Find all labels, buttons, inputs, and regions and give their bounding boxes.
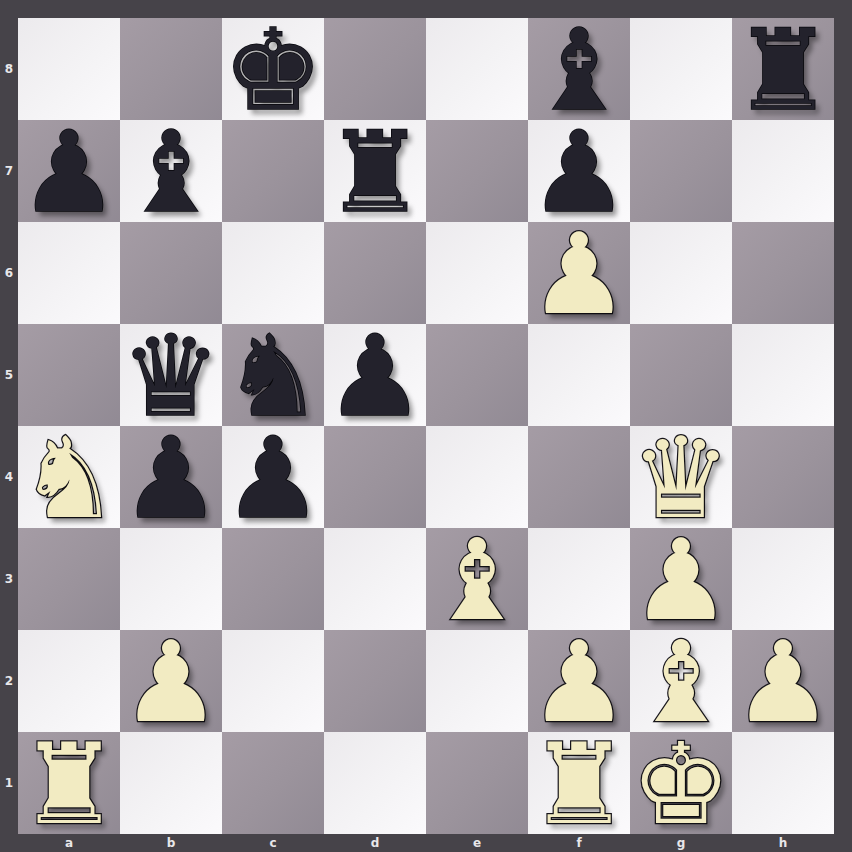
- square-h4[interactable]: [732, 426, 834, 528]
- square-g7[interactable]: [630, 120, 732, 222]
- square-a3[interactable]: [18, 528, 120, 630]
- file-label-f: f: [528, 834, 630, 852]
- square-f6[interactable]: ♟: [528, 222, 630, 324]
- square-g2[interactable]: ♝: [630, 630, 732, 732]
- square-g8[interactable]: [630, 18, 732, 120]
- square-b7[interactable]: ♝: [120, 120, 222, 222]
- rank-label-3: 3: [0, 528, 18, 630]
- square-d1[interactable]: [324, 732, 426, 834]
- square-f1[interactable]: ♜: [528, 732, 630, 834]
- file-label-g: g: [630, 834, 732, 852]
- square-c2[interactable]: [222, 630, 324, 732]
- file-label-h: h: [732, 834, 834, 852]
- file-label-b: b: [120, 834, 222, 852]
- square-a8[interactable]: [18, 18, 120, 120]
- square-f2[interactable]: ♟: [528, 630, 630, 732]
- square-a1[interactable]: ♜: [18, 732, 120, 834]
- square-b3[interactable]: [120, 528, 222, 630]
- file-label-c: c: [222, 834, 324, 852]
- square-d5[interactable]: ♟: [324, 324, 426, 426]
- square-g6[interactable]: [630, 222, 732, 324]
- piece-white-pawn[interactable]: ♟: [121, 626, 221, 738]
- square-d7[interactable]: ♜: [324, 120, 426, 222]
- piece-white-knight[interactable]: ♞: [19, 422, 119, 534]
- square-h8[interactable]: ♜: [732, 18, 834, 120]
- square-d2[interactable]: [324, 630, 426, 732]
- square-e2[interactable]: [426, 630, 528, 732]
- piece-black-pawn[interactable]: ♟: [121, 422, 221, 534]
- square-g5[interactable]: [630, 324, 732, 426]
- square-b2[interactable]: ♟: [120, 630, 222, 732]
- square-h7[interactable]: [732, 120, 834, 222]
- rank-label-1: 1: [0, 732, 18, 834]
- square-d6[interactable]: [324, 222, 426, 324]
- file-label-e: e: [426, 834, 528, 852]
- rank-labels: 87654321: [0, 18, 18, 834]
- piece-black-king[interactable]: ♚: [223, 14, 323, 126]
- chess-board: ♚♝♜♟♝♜♟♟♛♞♟♞♟♟♛♝♟♟♟♝♟♜♜♚: [18, 18, 834, 834]
- piece-white-rook[interactable]: ♜: [529, 728, 629, 840]
- piece-black-bishop[interactable]: ♝: [121, 116, 221, 228]
- file-label-d: d: [324, 834, 426, 852]
- square-c1[interactable]: [222, 732, 324, 834]
- rank-label-6: 6: [0, 222, 18, 324]
- square-g3[interactable]: ♟: [630, 528, 732, 630]
- piece-white-bishop[interactable]: ♝: [427, 524, 527, 636]
- square-c7[interactable]: [222, 120, 324, 222]
- square-a5[interactable]: [18, 324, 120, 426]
- square-e1[interactable]: [426, 732, 528, 834]
- chess-board-frame: 87654321 ♚♝♜♟♝♜♟♟♛♞♟♞♟♟♛♝♟♟♟♝♟♜♜♚ abcdef…: [0, 0, 852, 852]
- piece-white-rook[interactable]: ♜: [19, 728, 119, 840]
- rank-label-8: 8: [0, 18, 18, 120]
- square-b5[interactable]: ♛: [120, 324, 222, 426]
- square-f8[interactable]: ♝: [528, 18, 630, 120]
- square-h6[interactable]: [732, 222, 834, 324]
- square-g1[interactable]: ♚: [630, 732, 732, 834]
- square-a4[interactable]: ♞: [18, 426, 120, 528]
- square-g4[interactable]: ♛: [630, 426, 732, 528]
- piece-black-rook[interactable]: ♜: [325, 116, 425, 228]
- piece-black-pawn[interactable]: ♟: [223, 422, 323, 534]
- square-e8[interactable]: [426, 18, 528, 120]
- square-c6[interactable]: [222, 222, 324, 324]
- square-e5[interactable]: [426, 324, 528, 426]
- rank-label-5: 5: [0, 324, 18, 426]
- square-h2[interactable]: ♟: [732, 630, 834, 732]
- piece-white-king[interactable]: ♚: [631, 728, 731, 840]
- square-h1[interactable]: [732, 732, 834, 834]
- square-b8[interactable]: [120, 18, 222, 120]
- square-b1[interactable]: [120, 732, 222, 834]
- square-b4[interactable]: ♟: [120, 426, 222, 528]
- file-label-a: a: [18, 834, 120, 852]
- square-d8[interactable]: [324, 18, 426, 120]
- square-d4[interactable]: [324, 426, 426, 528]
- rank-label-2: 2: [0, 630, 18, 732]
- square-d3[interactable]: [324, 528, 426, 630]
- square-a6[interactable]: [18, 222, 120, 324]
- square-e4[interactable]: [426, 426, 528, 528]
- square-c5[interactable]: ♞: [222, 324, 324, 426]
- square-b6[interactable]: [120, 222, 222, 324]
- square-c4[interactable]: ♟: [222, 426, 324, 528]
- square-h5[interactable]: [732, 324, 834, 426]
- square-c3[interactable]: [222, 528, 324, 630]
- piece-black-pawn[interactable]: ♟: [19, 116, 119, 228]
- piece-black-rook[interactable]: ♜: [733, 14, 833, 126]
- square-c8[interactable]: ♚: [222, 18, 324, 120]
- square-f5[interactable]: [528, 324, 630, 426]
- square-e3[interactable]: ♝: [426, 528, 528, 630]
- square-a2[interactable]: [18, 630, 120, 732]
- file-labels: abcdefgh: [18, 834, 834, 852]
- square-e7[interactable]: [426, 120, 528, 222]
- piece-white-pawn[interactable]: ♟: [733, 626, 833, 738]
- square-e6[interactable]: [426, 222, 528, 324]
- square-f7[interactable]: ♟: [528, 120, 630, 222]
- rank-label-7: 7: [0, 120, 18, 222]
- square-h3[interactable]: [732, 528, 834, 630]
- piece-white-pawn[interactable]: ♟: [529, 218, 629, 330]
- piece-black-pawn[interactable]: ♟: [325, 320, 425, 432]
- rank-label-4: 4: [0, 426, 18, 528]
- square-f4[interactable]: [528, 426, 630, 528]
- square-f3[interactable]: [528, 528, 630, 630]
- square-a7[interactable]: ♟: [18, 120, 120, 222]
